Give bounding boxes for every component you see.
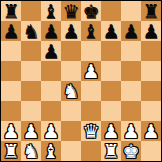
square-d1[interactable] <box>61 141 81 161</box>
square-f7[interactable]: ♟ <box>101 21 121 41</box>
black-pawn[interactable]: ♟ <box>142 21 159 41</box>
square-g1[interactable]: ♚ <box>121 141 141 161</box>
black-rook[interactable]: ♜ <box>142 1 159 21</box>
square-h2[interactable]: ♟ <box>141 121 161 141</box>
black-queen[interactable]: ♛ <box>62 1 79 21</box>
square-g5[interactable] <box>121 61 141 81</box>
white-pawn[interactable]: ♟ <box>2 121 19 141</box>
white-bishop[interactable]: ♝ <box>42 141 59 161</box>
black-pawn[interactable]: ♟ <box>42 21 59 41</box>
square-e4[interactable] <box>81 81 101 101</box>
square-b3[interactable] <box>21 101 41 121</box>
square-b2[interactable]: ♟ <box>21 121 41 141</box>
square-d3[interactable] <box>61 101 81 121</box>
white-rook[interactable]: ♜ <box>102 141 119 161</box>
square-e6[interactable] <box>81 41 101 61</box>
chess-board: ♜♝♛♚♜♟♞♟♟♝♟♟♟♟♟♞♟♟♟♛♟♟♟♜♞♝♜♚ <box>0 0 162 162</box>
white-rook[interactable]: ♜ <box>2 141 19 161</box>
square-e2[interactable]: ♛ <box>81 121 101 141</box>
white-knight[interactable]: ♞ <box>22 141 39 161</box>
square-f6[interactable] <box>101 41 121 61</box>
square-a7[interactable]: ♟ <box>1 21 21 41</box>
square-e3[interactable] <box>81 101 101 121</box>
black-knight[interactable]: ♞ <box>22 21 39 41</box>
black-pawn[interactable]: ♟ <box>62 21 79 41</box>
square-f1[interactable]: ♜ <box>101 141 121 161</box>
square-c7[interactable]: ♟ <box>41 21 61 41</box>
square-h1[interactable] <box>141 141 161 161</box>
square-d5[interactable] <box>61 61 81 81</box>
square-g4[interactable] <box>121 81 141 101</box>
black-bishop[interactable]: ♝ <box>42 1 59 21</box>
black-rook[interactable]: ♜ <box>2 1 19 21</box>
square-g3[interactable] <box>121 101 141 121</box>
square-f3[interactable] <box>101 101 121 121</box>
square-b4[interactable] <box>21 81 41 101</box>
square-a8[interactable]: ♜ <box>1 1 21 21</box>
white-knight[interactable]: ♞ <box>62 81 79 101</box>
square-e5[interactable]: ♟ <box>81 61 101 81</box>
black-pawn[interactable]: ♟ <box>122 21 139 41</box>
white-pawn[interactable]: ♟ <box>22 121 39 141</box>
square-f8[interactable] <box>101 1 121 21</box>
black-pawn[interactable]: ♟ <box>42 41 59 61</box>
square-b6[interactable] <box>21 41 41 61</box>
square-a1[interactable]: ♜ <box>1 141 21 161</box>
square-c5[interactable] <box>41 61 61 81</box>
square-c3[interactable] <box>41 101 61 121</box>
white-king[interactable]: ♚ <box>122 141 139 161</box>
square-d8[interactable]: ♛ <box>61 1 81 21</box>
square-b8[interactable] <box>21 1 41 21</box>
square-e1[interactable] <box>81 141 101 161</box>
square-g6[interactable] <box>121 41 141 61</box>
square-h3[interactable] <box>141 101 161 121</box>
square-c6[interactable]: ♟ <box>41 41 61 61</box>
square-a4[interactable] <box>1 81 21 101</box>
square-c2[interactable]: ♟ <box>41 121 61 141</box>
square-a6[interactable] <box>1 41 21 61</box>
square-a3[interactable] <box>1 101 21 121</box>
square-h5[interactable] <box>141 61 161 81</box>
white-pawn[interactable]: ♟ <box>82 61 99 81</box>
square-d7[interactable]: ♟ <box>61 21 81 41</box>
square-h7[interactable]: ♟ <box>141 21 161 41</box>
white-pawn[interactable]: ♟ <box>122 121 139 141</box>
square-f4[interactable] <box>101 81 121 101</box>
square-d2[interactable] <box>61 121 81 141</box>
square-a2[interactable]: ♟ <box>1 121 21 141</box>
square-b5[interactable] <box>21 61 41 81</box>
square-h4[interactable] <box>141 81 161 101</box>
white-queen[interactable]: ♛ <box>82 121 99 141</box>
square-g2[interactable]: ♟ <box>121 121 141 141</box>
white-pawn[interactable]: ♟ <box>142 121 159 141</box>
black-bishop[interactable]: ♝ <box>82 21 99 41</box>
square-a5[interactable] <box>1 61 21 81</box>
square-d6[interactable] <box>61 41 81 61</box>
square-e7[interactable]: ♝ <box>81 21 101 41</box>
white-pawn[interactable]: ♟ <box>42 121 59 141</box>
square-f2[interactable]: ♟ <box>101 121 121 141</box>
white-pawn[interactable]: ♟ <box>102 121 119 141</box>
square-e8[interactable]: ♚ <box>81 1 101 21</box>
square-d4[interactable]: ♞ <box>61 81 81 101</box>
square-f5[interactable] <box>101 61 121 81</box>
square-h8[interactable]: ♜ <box>141 1 161 21</box>
square-b7[interactable]: ♞ <box>21 21 41 41</box>
square-b1[interactable]: ♞ <box>21 141 41 161</box>
black-king[interactable]: ♚ <box>82 1 99 21</box>
square-g8[interactable] <box>121 1 141 21</box>
square-h6[interactable] <box>141 41 161 61</box>
square-c8[interactable]: ♝ <box>41 1 61 21</box>
black-pawn[interactable]: ♟ <box>2 21 19 41</box>
square-g7[interactable]: ♟ <box>121 21 141 41</box>
black-pawn[interactable]: ♟ <box>102 21 119 41</box>
square-c4[interactable] <box>41 81 61 101</box>
square-c1[interactable]: ♝ <box>41 141 61 161</box>
